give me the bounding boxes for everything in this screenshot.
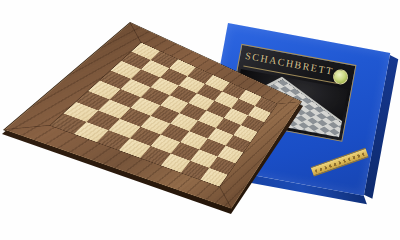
frame-miter-joint [277,101,301,104]
product-photo: SCHACHBRETT [0,0,400,240]
frame-miter-joint [130,23,142,43]
gold-corner-ribbon [311,148,369,177]
frame-miter-joint [219,186,232,208]
frame-miter-joint [5,125,51,130]
